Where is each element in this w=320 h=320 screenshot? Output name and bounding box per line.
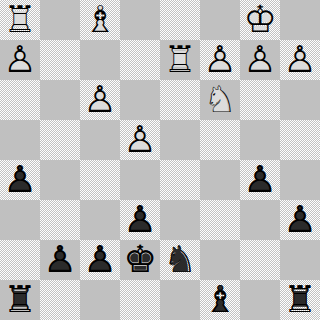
knight-outline-layer: ♘ xyxy=(200,80,240,120)
square-c8[interactable]: ♝♗ xyxy=(80,0,120,40)
square-b5[interactable] xyxy=(40,120,80,160)
square-c6[interactable]: ♟♙ xyxy=(80,80,120,120)
square-g7[interactable]: ♟♙ xyxy=(240,40,280,80)
square-e6[interactable] xyxy=(160,80,200,120)
square-e5[interactable] xyxy=(160,120,200,160)
pawn-outline-layer: ♙ xyxy=(80,240,120,280)
square-h6[interactable] xyxy=(280,80,320,120)
square-a7[interactable]: ♟♙ xyxy=(0,40,40,80)
square-b4[interactable] xyxy=(40,160,80,200)
piece-white-rook[interactable]: ♜♖ xyxy=(160,40,200,80)
piece-white-bishop[interactable]: ♝♗ xyxy=(80,0,120,40)
bishop-outline-layer: ♗ xyxy=(80,0,120,40)
piece-white-knight[interactable]: ♞♘ xyxy=(200,80,240,120)
piece-white-rook[interactable]: ♜♖ xyxy=(0,0,40,40)
pawn-outline-layer: ♙ xyxy=(200,40,240,80)
bishop-outline-layer: ♗ xyxy=(200,280,240,320)
square-d1[interactable] xyxy=(120,280,160,320)
square-h3[interactable]: ♟♙ xyxy=(280,200,320,240)
piece-black-pawn[interactable]: ♟♙ xyxy=(120,200,160,240)
square-f1[interactable]: ♝♗ xyxy=(200,280,240,320)
square-h7[interactable]: ♟♙ xyxy=(280,40,320,80)
square-a4[interactable]: ♟♙ xyxy=(0,160,40,200)
chess-board: ♜♖♝♗♚♔♟♙♜♖♟♙♟♙♟♙♟♙♞♘♟♙♟♙♟♙♟♙♟♙♟♙♟♙♚♔♞♘♜♖… xyxy=(0,0,320,320)
king-outline-layer: ♔ xyxy=(240,0,280,40)
square-b2[interactable]: ♟♙ xyxy=(40,240,80,280)
square-a2[interactable] xyxy=(0,240,40,280)
pawn-outline-layer: ♙ xyxy=(240,40,280,80)
king-outline-layer: ♔ xyxy=(120,240,160,280)
rook-outline-layer: ♖ xyxy=(160,40,200,80)
pawn-outline-layer: ♙ xyxy=(240,160,280,200)
piece-black-knight[interactable]: ♞♘ xyxy=(160,240,200,280)
square-f2[interactable] xyxy=(200,240,240,280)
piece-black-bishop[interactable]: ♝♗ xyxy=(200,280,240,320)
square-c3[interactable] xyxy=(80,200,120,240)
piece-black-rook[interactable]: ♜♖ xyxy=(280,280,320,320)
square-e8[interactable] xyxy=(160,0,200,40)
piece-white-pawn[interactable]: ♟♙ xyxy=(80,80,120,120)
square-e1[interactable] xyxy=(160,280,200,320)
rook-outline-layer: ♖ xyxy=(0,280,40,320)
square-f5[interactable] xyxy=(200,120,240,160)
square-b8[interactable] xyxy=(40,0,80,40)
square-c2[interactable]: ♟♙ xyxy=(80,240,120,280)
square-a5[interactable] xyxy=(0,120,40,160)
square-e4[interactable] xyxy=(160,160,200,200)
square-b3[interactable] xyxy=(40,200,80,240)
piece-black-king[interactable]: ♚♔ xyxy=(120,240,160,280)
square-f7[interactable]: ♟♙ xyxy=(200,40,240,80)
square-e2[interactable]: ♞♘ xyxy=(160,240,200,280)
pawn-outline-layer: ♙ xyxy=(120,120,160,160)
piece-white-king[interactable]: ♚♔ xyxy=(240,0,280,40)
piece-black-pawn[interactable]: ♟♙ xyxy=(240,160,280,200)
square-g3[interactable] xyxy=(240,200,280,240)
pawn-outline-layer: ♙ xyxy=(0,40,40,80)
square-h4[interactable] xyxy=(280,160,320,200)
piece-black-pawn[interactable]: ♟♙ xyxy=(280,200,320,240)
square-a8[interactable]: ♜♖ xyxy=(0,0,40,40)
piece-black-pawn[interactable]: ♟♙ xyxy=(0,160,40,200)
square-a1[interactable]: ♜♖ xyxy=(0,280,40,320)
square-g5[interactable] xyxy=(240,120,280,160)
square-c4[interactable] xyxy=(80,160,120,200)
square-h1[interactable]: ♜♖ xyxy=(280,280,320,320)
piece-black-rook[interactable]: ♜♖ xyxy=(0,280,40,320)
rook-outline-layer: ♖ xyxy=(280,280,320,320)
knight-outline-layer: ♘ xyxy=(160,240,200,280)
square-a6[interactable] xyxy=(0,80,40,120)
square-e3[interactable] xyxy=(160,200,200,240)
square-f3[interactable] xyxy=(200,200,240,240)
square-g6[interactable] xyxy=(240,80,280,120)
square-d6[interactable] xyxy=(120,80,160,120)
square-g4[interactable]: ♟♙ xyxy=(240,160,280,200)
square-c7[interactable] xyxy=(80,40,120,80)
piece-white-pawn[interactable]: ♟♙ xyxy=(240,40,280,80)
pawn-outline-layer: ♙ xyxy=(80,80,120,120)
square-c5[interactable] xyxy=(80,120,120,160)
square-b7[interactable] xyxy=(40,40,80,80)
square-h2[interactable] xyxy=(280,240,320,280)
square-d5[interactable]: ♟♙ xyxy=(120,120,160,160)
square-g2[interactable] xyxy=(240,240,280,280)
rook-outline-layer: ♖ xyxy=(0,0,40,40)
square-d2[interactable]: ♚♔ xyxy=(120,240,160,280)
square-d7[interactable] xyxy=(120,40,160,80)
pawn-outline-layer: ♙ xyxy=(120,200,160,240)
piece-white-pawn[interactable]: ♟♙ xyxy=(0,40,40,80)
pawn-outline-layer: ♙ xyxy=(280,40,320,80)
piece-black-pawn[interactable]: ♟♙ xyxy=(80,240,120,280)
square-a3[interactable] xyxy=(0,200,40,240)
square-h5[interactable] xyxy=(280,120,320,160)
piece-black-pawn[interactable]: ♟♙ xyxy=(40,240,80,280)
square-d4[interactable] xyxy=(120,160,160,200)
square-g1[interactable] xyxy=(240,280,280,320)
square-b1[interactable] xyxy=(40,280,80,320)
square-f8[interactable] xyxy=(200,0,240,40)
square-e7[interactable]: ♜♖ xyxy=(160,40,200,80)
square-g8[interactable]: ♚♔ xyxy=(240,0,280,40)
square-b6[interactable] xyxy=(40,80,80,120)
pawn-outline-layer: ♙ xyxy=(0,160,40,200)
square-f6[interactable]: ♞♘ xyxy=(200,80,240,120)
square-d8[interactable] xyxy=(120,0,160,40)
square-d3[interactable]: ♟♙ xyxy=(120,200,160,240)
piece-white-pawn[interactable]: ♟♙ xyxy=(200,40,240,80)
square-h8[interactable] xyxy=(280,0,320,40)
piece-white-pawn[interactable]: ♟♙ xyxy=(280,40,320,80)
square-c1[interactable] xyxy=(80,280,120,320)
pawn-outline-layer: ♙ xyxy=(280,200,320,240)
piece-white-pawn[interactable]: ♟♙ xyxy=(120,120,160,160)
square-f4[interactable] xyxy=(200,160,240,200)
pawn-outline-layer: ♙ xyxy=(40,240,80,280)
